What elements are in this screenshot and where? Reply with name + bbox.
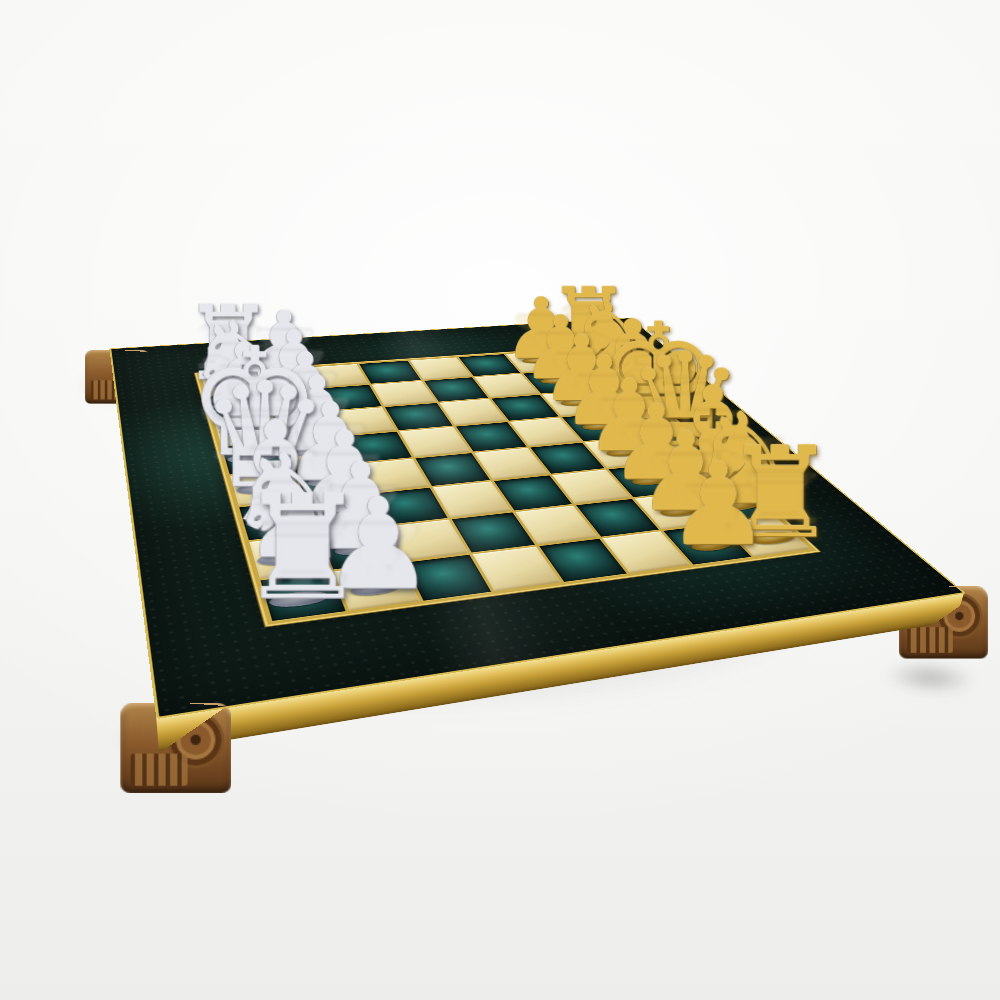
board-perspective-group: ♜♟♟♜♞♟♟♞♝♟♟♝♚♟♟♚♛♟♟♛♝♟♟♝♞♟♟♞♜♟♟♜ xyxy=(0,0,1000,1000)
silver-rook-glyph: ♜ xyxy=(173,487,431,610)
product-photo-scene: ♜♟♟♜♞♟♟♞♝♟♟♝♚♟♟♚♛♟♟♛♝♟♟♝♞♟♟♞♜♟♟♜ xyxy=(0,0,1000,1000)
chess-board: ♜♟♟♜♞♟♟♞♝♟♟♝♚♟♟♚♛♟♟♛♝♟♟♝♞♟♟♞♜♟♟♜ xyxy=(109,318,966,719)
gold-pawn-glyph: ♟ xyxy=(604,456,833,553)
